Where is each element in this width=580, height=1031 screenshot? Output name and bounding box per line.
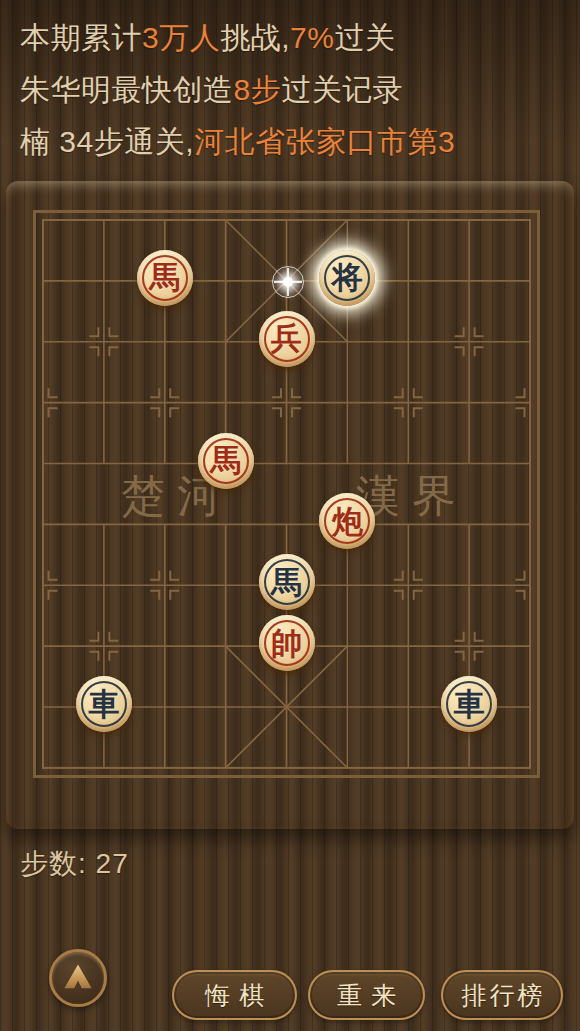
leaderboard-button-label: 排行榜 — [462, 979, 546, 1012]
player-pass-text: 楠 34步通关, — [20, 125, 194, 158]
stats-text: 本期累计 — [20, 21, 142, 54]
player-pass-line: 楠 34步通关,河北省张家口市第3 — [20, 116, 560, 168]
piece-glyph: 馬 — [271, 567, 302, 598]
last-move-sparkle-marker — [272, 266, 304, 298]
undo-button-label: 悔棋 — [205, 979, 273, 1012]
piece-glyph: 兵 — [271, 323, 302, 354]
record-highlight: 8步 — [234, 73, 282, 106]
stats-text: 挑战, — [220, 21, 290, 54]
piece-glyph: 将 — [332, 262, 363, 293]
expand-button[interactable] — [49, 949, 107, 1007]
restart-button-label: 重来 — [337, 979, 405, 1012]
piece-glyph: 帥 — [271, 628, 302, 659]
piece-black-chariot[interactable]: 車 — [76, 676, 132, 732]
record-text: 朱华明最快创造 — [20, 73, 234, 106]
stats-line-1: 本期累计3万人挑战,7%过关 — [20, 12, 560, 64]
step-counter: 步数: 27 — [20, 845, 129, 883]
piece-glyph: 炮 — [332, 506, 363, 537]
piece-red-general[interactable]: 帥 — [259, 615, 315, 671]
piece-black-chariot[interactable]: 車 — [441, 676, 497, 732]
piece-red-horse[interactable]: 馬 — [137, 250, 193, 306]
piece-black-general[interactable]: 将 — [319, 250, 375, 306]
record-line: 朱华明最快创造8步过关记录 — [20, 64, 560, 116]
undo-button[interactable]: 悔棋 — [172, 970, 297, 1020]
piece-glyph: 車 — [88, 689, 119, 720]
restart-button[interactable]: 重来 — [308, 970, 425, 1020]
stats-highlight: 3万人 — [142, 21, 220, 54]
mountain-arrow-icon — [61, 962, 95, 994]
stats-text: 过关 — [334, 21, 395, 54]
piece-glyph: 馬 — [210, 445, 241, 476]
player-region-highlight: 河北省张家口市第3 — [194, 125, 455, 158]
record-text: 过关记录 — [281, 73, 403, 106]
piece-glyph: 馬 — [149, 262, 180, 293]
piece-red-soldier[interactable]: 兵 — [259, 311, 315, 367]
step-counter-label: 步数: — [20, 848, 87, 879]
stats-highlight: 7% — [290, 21, 334, 54]
app-root: 本期累计3万人挑战,7%过关 朱华明最快创造8步过关记录 楠 34步通关,河北省… — [0, 0, 580, 1031]
step-counter-value: 27 — [96, 848, 129, 879]
challenge-stats-header: 本期累计3万人挑战,7%过关 朱华明最快创造8步过关记录 楠 34步通关,河北省… — [20, 12, 560, 168]
piece-red-horse[interactable]: 馬 — [198, 433, 254, 489]
piece-glyph: 車 — [454, 689, 485, 720]
piece-black-horse[interactable]: 馬 — [259, 554, 315, 610]
leaderboard-button[interactable]: 排行榜 — [441, 970, 563, 1020]
